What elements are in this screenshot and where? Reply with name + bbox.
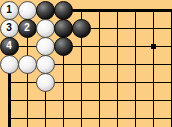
white-stone[interactable]: 1 [0, 1, 19, 20]
black-stone[interactable] [72, 19, 91, 38]
move-number-label: 2 [24, 23, 30, 33]
black-stone[interactable] [54, 19, 73, 38]
grid-vertical-line [117, 9, 118, 127]
grid-vertical-line [99, 9, 100, 127]
white-stone[interactable] [0, 55, 19, 74]
move-number-label: 4 [6, 41, 12, 51]
black-stone[interactable] [36, 1, 55, 20]
white-stone[interactable] [36, 55, 55, 74]
white-stone[interactable] [36, 19, 55, 38]
grid-vertical-line [135, 9, 136, 127]
grid-horizontal-line [8, 82, 172, 83]
black-stone[interactable]: 2 [18, 19, 37, 38]
star-point [151, 44, 156, 49]
black-stone[interactable] [54, 37, 73, 56]
grid-horizontal-line [8, 118, 172, 119]
white-stone[interactable] [18, 1, 37, 20]
grid-horizontal-line [8, 100, 172, 101]
move-number-label: 1 [6, 5, 12, 15]
white-stone[interactable] [36, 37, 55, 56]
move-number-label: 3 [6, 23, 12, 33]
white-stone[interactable]: 3 [0, 19, 19, 38]
black-stone[interactable] [54, 1, 73, 20]
go-board[interactable]: 1324 [0, 0, 172, 127]
grid-vertical-line [153, 9, 154, 127]
black-stone[interactable]: 4 [0, 37, 19, 56]
white-stone[interactable] [18, 55, 37, 74]
white-stone[interactable] [36, 73, 55, 92]
grid-vertical-line [171, 9, 172, 127]
grid-horizontal-line [8, 46, 172, 47]
